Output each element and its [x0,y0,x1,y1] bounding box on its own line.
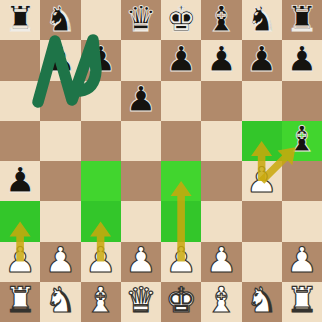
square-g7[interactable]: ♟ [242,40,282,80]
piece-white-bishop[interactable]: ♝ [85,283,116,318]
square-f4[interactable] [201,161,241,201]
piece-white-pawn[interactable]: ♟ [286,243,317,278]
square-b1[interactable]: ♞ [40,282,80,322]
square-b7[interactable]: ♟ [40,40,80,80]
piece-black-knight[interactable]: ♞ [45,2,76,37]
chess-app-screenshot: ♜♞♛♚♝♞♜♟♟♟♟♟♟♟♝♟♟♟♟♟♟♟♟♟♜♞♝♛♚♝♞♜ [0,0,322,322]
square-c3[interactable] [81,201,121,241]
piece-black-knight[interactable]: ♞ [246,2,277,37]
square-h1[interactable]: ♜ [282,282,322,322]
square-b8[interactable]: ♞ [40,0,80,40]
piece-white-knight[interactable]: ♞ [246,283,277,318]
square-e1[interactable]: ♚ [161,282,201,322]
square-c4[interactable] [81,161,121,201]
piece-white-pawn[interactable]: ♟ [45,243,76,278]
square-g5[interactable] [242,121,282,161]
square-d7[interactable] [121,40,161,80]
piece-white-pawn[interactable]: ♟ [206,243,237,278]
square-a3[interactable] [0,201,40,241]
piece-white-pawn[interactable]: ♟ [165,243,196,278]
square-e3[interactable] [161,201,201,241]
piece-white-pawn[interactable]: ♟ [4,243,35,278]
square-b4[interactable] [40,161,80,201]
square-e6[interactable] [161,81,201,121]
square-d6[interactable]: ♟ [121,81,161,121]
square-h2[interactable]: ♟ [282,242,322,282]
square-e8[interactable]: ♚ [161,0,201,40]
piece-black-pawn[interactable]: ♟ [125,82,156,117]
square-d2[interactable]: ♟ [121,242,161,282]
square-c5[interactable] [81,121,121,161]
square-f8[interactable]: ♝ [201,0,241,40]
square-d8[interactable]: ♛ [121,0,161,40]
square-h8[interactable]: ♜ [282,0,322,40]
square-c7[interactable]: ♟ [81,40,121,80]
square-g4[interactable]: ♟ [242,161,282,201]
piece-black-pawn[interactable]: ♟ [206,42,237,77]
piece-black-bishop[interactable]: ♝ [286,122,317,157]
square-e7[interactable]: ♟ [161,40,201,80]
piece-black-queen[interactable]: ♛ [125,2,156,37]
square-a5[interactable] [0,121,40,161]
square-c8[interactable] [81,0,121,40]
square-f1[interactable]: ♝ [201,282,241,322]
square-a1[interactable]: ♜ [0,282,40,322]
piece-white-rook[interactable]: ♜ [286,283,317,318]
square-f7[interactable]: ♟ [201,40,241,80]
square-c6[interactable] [81,81,121,121]
piece-black-king[interactable]: ♚ [165,2,196,37]
square-a6[interactable] [0,81,40,121]
square-d1[interactable]: ♛ [121,282,161,322]
square-f6[interactable] [201,81,241,121]
square-a8[interactable]: ♜ [0,0,40,40]
piece-white-king[interactable]: ♚ [165,283,196,318]
square-f2[interactable]: ♟ [201,242,241,282]
square-a7[interactable] [0,40,40,80]
square-e4[interactable] [161,161,201,201]
square-d4[interactable] [121,161,161,201]
square-d5[interactable] [121,121,161,161]
square-g2[interactable] [242,242,282,282]
square-e2[interactable]: ♟ [161,242,201,282]
piece-black-pawn[interactable]: ♟ [45,42,76,77]
piece-black-pawn[interactable]: ♟ [165,42,196,77]
piece-black-bishop[interactable]: ♝ [206,2,237,37]
piece-black-pawn[interactable]: ♟ [85,42,116,77]
square-f3[interactable] [201,201,241,241]
square-h7[interactable]: ♟ [282,40,322,80]
square-h5[interactable]: ♝ [282,121,322,161]
piece-white-bishop[interactable]: ♝ [206,283,237,318]
square-g8[interactable]: ♞ [242,0,282,40]
square-c1[interactable]: ♝ [81,282,121,322]
piece-white-pawn[interactable]: ♟ [85,243,116,278]
piece-white-pawn[interactable]: ♟ [246,163,277,198]
square-h6[interactable] [282,81,322,121]
piece-white-pawn[interactable]: ♟ [125,243,156,278]
square-b5[interactable] [40,121,80,161]
square-b3[interactable] [40,201,80,241]
square-g1[interactable]: ♞ [242,282,282,322]
square-f5[interactable] [201,121,241,161]
piece-white-rook[interactable]: ♜ [4,283,35,318]
piece-white-queen[interactable]: ♛ [125,283,156,318]
square-h3[interactable] [282,201,322,241]
piece-white-knight[interactable]: ♞ [45,283,76,318]
square-e5[interactable] [161,121,201,161]
square-d3[interactable] [121,201,161,241]
square-a4[interactable]: ♟ [0,161,40,201]
square-b6[interactable] [40,81,80,121]
piece-black-pawn[interactable]: ♟ [286,42,317,77]
piece-black-rook[interactable]: ♜ [286,2,317,37]
square-a2[interactable]: ♟ [0,242,40,282]
chess-board: ♜♞♛♚♝♞♜♟♟♟♟♟♟♟♝♟♟♟♟♟♟♟♟♟♜♞♝♛♚♝♞♜ [0,0,322,322]
square-g3[interactable] [242,201,282,241]
piece-black-pawn[interactable]: ♟ [246,42,277,77]
square-c2[interactable]: ♟ [81,242,121,282]
piece-black-rook[interactable]: ♜ [4,2,35,37]
square-h4[interactable] [282,161,322,201]
square-g6[interactable] [242,81,282,121]
square-b2[interactable]: ♟ [40,242,80,282]
piece-black-pawn[interactable]: ♟ [4,163,35,198]
